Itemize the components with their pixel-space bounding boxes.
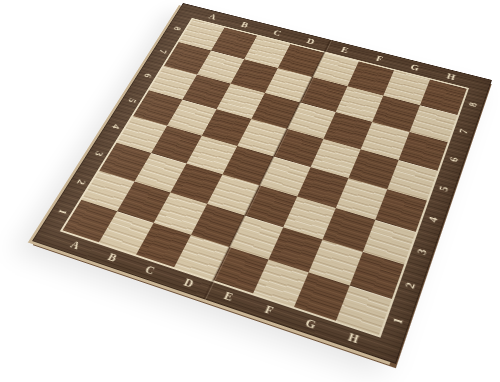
file-label-bottom-c: C xyxy=(143,264,156,276)
file-label-bottom-f: F xyxy=(263,304,275,317)
file-label-top-c: C xyxy=(272,29,282,37)
board-field xyxy=(60,18,469,338)
file-label-bottom-g: G xyxy=(304,317,318,331)
file-label-bottom-e: E xyxy=(222,290,234,303)
rank-label-left-3: 3 xyxy=(92,150,104,157)
file-label-top-d: D xyxy=(305,37,315,45)
rank-label-left-7: 7 xyxy=(156,48,167,54)
rank-label-left-2: 2 xyxy=(74,178,87,185)
file-label-top-a: A xyxy=(207,13,217,21)
rank-label-right-6: 6 xyxy=(448,156,461,163)
rank-label-right-7: 7 xyxy=(457,128,469,135)
file-label-bottom-h: H xyxy=(347,332,361,346)
file-label-bottom-b: B xyxy=(106,252,119,264)
file-label-top-f: F xyxy=(375,55,384,64)
rank-label-left-6: 6 xyxy=(141,72,153,78)
rank-label-right-5: 5 xyxy=(437,185,450,193)
product-photo: AA88BB77CC66DD55EE44FF33GG22HH11 xyxy=(0,0,500,382)
file-label-top-e: E xyxy=(340,46,350,54)
rank-label-right-4: 4 xyxy=(426,216,439,224)
file-label-bottom-a: A xyxy=(69,240,82,252)
chess-board: AA88BB77CC66DD55EE44FF33GG22HH11 xyxy=(32,3,492,364)
rank-label-right-3: 3 xyxy=(415,248,429,256)
file-label-top-b: B xyxy=(240,21,250,29)
rank-label-left-4: 4 xyxy=(109,123,121,130)
rank-label-left-8: 8 xyxy=(171,25,182,31)
rank-label-left-1: 1 xyxy=(55,208,68,216)
rank-label-right-2: 2 xyxy=(403,281,417,290)
rank-label-right-8: 8 xyxy=(467,101,479,108)
rank-label-right-1: 1 xyxy=(391,316,405,325)
file-label-bottom-d: D xyxy=(182,277,195,290)
file-label-top-g: G xyxy=(409,63,420,72)
file-label-top-h: H xyxy=(446,72,457,81)
rank-label-left-5: 5 xyxy=(126,97,138,103)
